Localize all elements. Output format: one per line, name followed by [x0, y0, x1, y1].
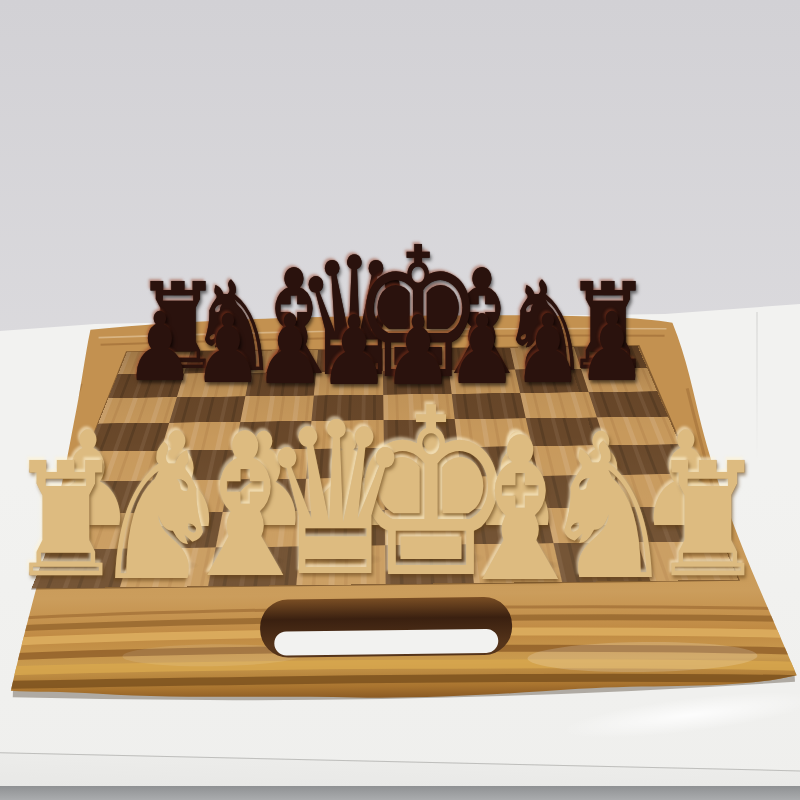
- dark-pawn-a7: ♟: [125, 300, 195, 395]
- light-bishop-f1: ♝: [447, 412, 593, 610]
- photo-scene: ♜♞♝♛♚♝♞♜♟♟♟♟♟♟♟♟♟♟♟♟♟♟♟♟♜♞♝♛♚♝♞♜: [0, 0, 800, 800]
- dark-pawn-g7: ♟: [513, 302, 583, 397]
- dark-pawn-h7: ♟: [577, 300, 647, 395]
- dark-pawn-b7: ♟: [193, 302, 263, 397]
- pieces-layer: ♜♞♝♛♚♝♞♜♟♟♟♟♟♟♟♟♟♟♟♟♟♟♟♟♜♞♝♛♚♝♞♜: [0, 0, 800, 800]
- light-knight-b1: ♞: [90, 420, 227, 607]
